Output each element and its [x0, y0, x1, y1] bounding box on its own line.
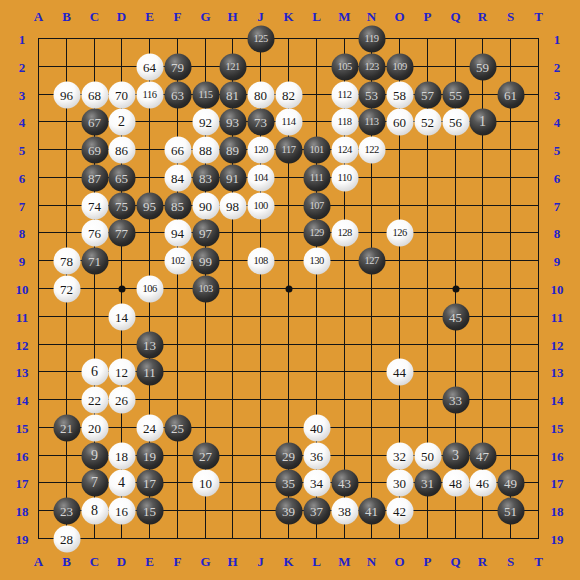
row-label-left-6: 6: [19, 171, 26, 184]
stone-move-number: 110: [338, 172, 352, 183]
stone-black-21-B15: 21: [53, 414, 80, 441]
stone-move-number: 124: [337, 144, 351, 155]
stone-move-number: 125: [253, 33, 267, 44]
star-point-K10: [285, 285, 292, 292]
stone-move-number: 58: [393, 88, 406, 101]
stone-move-number: 26: [115, 393, 128, 406]
stone-move-number: 130: [309, 255, 323, 266]
stone-move-number: 51: [504, 504, 517, 517]
stone-white-102-F9: 102: [164, 247, 191, 274]
stone-white-72-B10: 72: [53, 275, 80, 302]
col-label-top-D: D: [117, 10, 126, 23]
row-label-left-19: 19: [16, 532, 29, 545]
stone-black-25-F15: 25: [164, 414, 191, 441]
stone-white-20-C15: 20: [81, 414, 108, 441]
stone-move-number: 53: [365, 88, 378, 101]
stone-move-number: 106: [142, 283, 156, 294]
col-label-top-M: M: [338, 10, 350, 23]
col-label-top-L: L: [312, 10, 321, 23]
stone-black-49-S17: 49: [497, 469, 524, 496]
row-label-left-16: 16: [16, 449, 29, 462]
stone-black-85-F7: 85: [164, 192, 191, 219]
stone-white-64-E2: 64: [136, 53, 163, 80]
grid-line-h: [38, 427, 539, 428]
stone-move-number: 6: [91, 365, 98, 379]
stone-white-36-L16: 36: [303, 442, 330, 469]
stone-white-6-C13: 6: [81, 358, 108, 385]
stone-move-number: 33: [449, 393, 462, 406]
row-label-left-2: 2: [19, 60, 26, 73]
stone-white-42-O18: 42: [386, 497, 413, 524]
grid-line-v: [538, 38, 539, 539]
stone-black-121-H2: 121: [219, 53, 246, 80]
stone-move-number: 30: [393, 476, 406, 489]
row-label-left-17: 17: [16, 476, 29, 489]
stone-move-number: 46: [476, 476, 489, 489]
stone-black-15-E18: 15: [136, 497, 163, 524]
stone-black-81-H3: 81: [219, 81, 246, 108]
stone-move-number: 52: [421, 115, 434, 128]
stone-move-number: 82: [282, 88, 295, 101]
stone-move-number: 94: [171, 226, 184, 239]
stone-white-88-G5: 88: [192, 136, 219, 163]
stone-white-116-E3: 116: [136, 81, 163, 108]
stone-black-101-L5: 101: [303, 136, 330, 163]
stone-white-52-P4: 52: [414, 108, 441, 135]
stone-move-number: 38: [338, 504, 351, 517]
stone-move-number: 86: [115, 143, 128, 156]
stone-move-number: 100: [253, 200, 267, 211]
stone-move-number: 44: [393, 365, 406, 378]
stone-white-14-D11: 14: [108, 303, 135, 330]
stone-white-94-F8: 94: [164, 219, 191, 246]
stone-move-number: 37: [310, 504, 323, 517]
stone-move-number: 55: [449, 88, 462, 101]
stone-black-69-C5: 69: [81, 136, 108, 163]
col-label-top-G: G: [200, 10, 210, 23]
stone-white-32-O16: 32: [386, 442, 413, 469]
stone-move-number: 19: [143, 449, 156, 462]
stone-move-number: 50: [421, 449, 434, 462]
stone-move-number: 61: [504, 88, 517, 101]
row-label-left-10: 10: [16, 282, 29, 295]
stone-move-number: 112: [338, 89, 352, 100]
col-label-top-S: S: [507, 10, 514, 23]
col-label-bottom-N: N: [367, 555, 376, 568]
stone-white-108-J9: 108: [247, 247, 274, 274]
row-label-left-3: 3: [19, 88, 26, 101]
stone-white-24-E15: 24: [136, 414, 163, 441]
stone-white-98-H7: 98: [219, 192, 246, 219]
stone-move-number: 20: [88, 421, 101, 434]
col-label-top-O: O: [394, 10, 404, 23]
row-label-left-5: 5: [19, 143, 26, 156]
col-label-top-N: N: [367, 10, 376, 23]
row-label-right-5: 5: [554, 143, 561, 156]
stone-white-2-D4: 2: [108, 108, 135, 135]
stone-black-77-D8: 77: [108, 219, 135, 246]
stone-black-129-L8: 129: [303, 219, 330, 246]
col-label-bottom-O: O: [394, 555, 404, 568]
stone-black-67-C4: 67: [81, 108, 108, 135]
stone-white-18-D16: 18: [108, 442, 135, 469]
stone-black-117-K5: 117: [275, 136, 302, 163]
stone-black-23-B18: 23: [53, 497, 80, 524]
row-label-left-7: 7: [19, 199, 26, 212]
stone-black-113-N4: 113: [358, 108, 385, 135]
stone-move-number: 99: [199, 254, 212, 267]
stone-move-number: 41: [365, 504, 378, 517]
stone-black-3-Q16: 3: [442, 442, 469, 469]
go-board[interactable]: AABBCCDDEEFFGGHHJJKKLLMMNNOOPPQQRRSSTT11…: [0, 0, 580, 580]
col-label-top-H: H: [227, 10, 237, 23]
col-label-bottom-Q: Q: [450, 555, 460, 568]
stone-white-44-O13: 44: [386, 358, 413, 385]
stone-move-number: 97: [199, 226, 212, 239]
stone-move-number: 103: [198, 283, 212, 294]
col-label-bottom-J: J: [257, 555, 264, 568]
stone-move-number: 111: [310, 172, 323, 183]
row-label-left-15: 15: [16, 421, 29, 434]
row-label-right-6: 6: [554, 171, 561, 184]
row-label-right-14: 14: [551, 393, 564, 406]
stone-move-number: 93: [226, 115, 239, 128]
stone-move-number: 89: [226, 143, 239, 156]
stone-move-number: 108: [253, 255, 267, 266]
stone-move-number: 39: [282, 504, 295, 517]
stone-move-number: 72: [60, 282, 73, 295]
col-label-bottom-E: E: [145, 555, 154, 568]
stone-black-11-E13: 11: [136, 358, 163, 385]
stone-move-number: 76: [88, 226, 101, 239]
row-label-left-1: 1: [19, 32, 26, 45]
col-label-bottom-H: H: [227, 555, 237, 568]
stone-move-number: 36: [310, 449, 323, 462]
stone-move-number: 84: [171, 171, 184, 184]
row-label-right-9: 9: [554, 254, 561, 267]
stone-white-30-O17: 30: [386, 469, 413, 496]
stone-white-50-P16: 50: [414, 442, 441, 469]
col-label-top-P: P: [424, 10, 432, 23]
row-label-right-16: 16: [551, 449, 564, 462]
stone-move-number: 43: [338, 476, 351, 489]
col-label-bottom-C: C: [90, 555, 99, 568]
col-label-bottom-B: B: [62, 555, 71, 568]
stone-white-112-M3: 112: [331, 81, 358, 108]
stone-black-125-J1: 125: [247, 25, 274, 52]
row-label-left-12: 12: [16, 338, 29, 351]
stone-white-12-D13: 12: [108, 358, 135, 385]
stone-move-number: 40: [310, 421, 323, 434]
row-label-right-17: 17: [551, 476, 564, 489]
stone-white-80-J3: 80: [247, 81, 274, 108]
stone-move-number: 68: [88, 88, 101, 101]
col-label-bottom-M: M: [338, 555, 350, 568]
stone-white-122-N5: 122: [358, 136, 385, 163]
stone-black-99-G9: 99: [192, 247, 219, 274]
stone-move-number: 104: [253, 172, 267, 183]
stone-black-65-D6: 65: [108, 164, 135, 191]
stone-move-number: 10: [199, 476, 212, 489]
stone-black-7-C17: 7: [81, 469, 108, 496]
stone-move-number: 25: [171, 421, 184, 434]
row-label-right-10: 10: [551, 282, 564, 295]
stone-move-number: 63: [171, 88, 184, 101]
stone-move-number: 1: [479, 115, 486, 129]
stone-white-68-C3: 68: [81, 81, 108, 108]
stone-move-number: 45: [449, 310, 462, 323]
stone-white-100-J7: 100: [247, 192, 274, 219]
grid-line-h: [38, 344, 539, 345]
stone-move-number: 102: [170, 255, 184, 266]
stone-black-109-O2: 109: [386, 53, 413, 80]
stone-white-82-K3: 82: [275, 81, 302, 108]
col-label-bottom-R: R: [478, 555, 487, 568]
stone-move-number: 71: [88, 254, 101, 267]
stone-move-number: 16: [115, 504, 128, 517]
stone-move-number: 126: [392, 227, 406, 238]
stone-move-number: 129: [309, 227, 323, 238]
row-label-right-4: 4: [554, 115, 561, 128]
col-label-bottom-K: K: [283, 555, 293, 568]
stone-black-43-M17: 43: [331, 469, 358, 496]
stone-move-number: 107: [309, 200, 323, 211]
stone-move-number: 78: [60, 254, 73, 267]
stone-move-number: 114: [282, 116, 296, 127]
stone-black-111-L6: 111: [303, 164, 330, 191]
stone-black-103-G10: 103: [192, 275, 219, 302]
stone-move-number: 2: [118, 115, 125, 129]
stone-white-10-G17: 10: [192, 469, 219, 496]
stone-move-number: 7: [91, 476, 98, 490]
stone-white-128-M8: 128: [331, 219, 358, 246]
stone-move-number: 56: [449, 115, 462, 128]
col-label-top-A: A: [34, 10, 43, 23]
stone-white-120-J5: 120: [247, 136, 274, 163]
stone-black-33-Q14: 33: [442, 386, 469, 413]
stone-move-number: 81: [226, 88, 239, 101]
stone-black-9-C16: 9: [81, 442, 108, 469]
stone-black-41-N18: 41: [358, 497, 385, 524]
stone-white-8-C18: 8: [81, 497, 108, 524]
stone-move-number: 17: [143, 476, 156, 489]
stone-white-74-C7: 74: [81, 192, 108, 219]
stone-black-107-L7: 107: [303, 192, 330, 219]
stone-move-number: 65: [115, 171, 128, 184]
stone-white-66-F5: 66: [164, 136, 191, 163]
stone-black-19-E16: 19: [136, 442, 163, 469]
stone-move-number: 35: [282, 476, 295, 489]
col-label-top-R: R: [478, 10, 487, 23]
stone-move-number: 23: [60, 504, 73, 517]
stone-move-number: 128: [337, 227, 351, 238]
col-label-top-E: E: [145, 10, 154, 23]
stone-move-number: 60: [393, 115, 406, 128]
stone-move-number: 75: [115, 199, 128, 212]
stone-move-number: 122: [364, 144, 378, 155]
stone-black-91-H6: 91: [219, 164, 246, 191]
stone-white-126-O8: 126: [386, 219, 413, 246]
row-label-left-9: 9: [19, 254, 26, 267]
stone-white-86-D5: 86: [108, 136, 135, 163]
stone-white-16-D18: 16: [108, 497, 135, 524]
stone-move-number: 59: [476, 60, 489, 73]
stone-move-number: 96: [60, 88, 73, 101]
stone-move-number: 4: [118, 476, 125, 490]
col-label-top-J: J: [257, 10, 264, 23]
star-point-D10: [118, 285, 125, 292]
stone-move-number: 47: [476, 449, 489, 462]
stone-move-number: 88: [199, 143, 212, 156]
stone-white-92-G4: 92: [192, 108, 219, 135]
row-label-right-13: 13: [551, 365, 564, 378]
stone-move-number: 85: [171, 199, 184, 212]
stone-move-number: 101: [309, 144, 323, 155]
stone-move-number: 95: [143, 199, 156, 212]
stone-black-79-F2: 79: [164, 53, 191, 80]
row-label-right-2: 2: [554, 60, 561, 73]
row-label-right-12: 12: [551, 338, 564, 351]
stone-white-124-M5: 124: [331, 136, 358, 163]
row-label-left-14: 14: [16, 393, 29, 406]
stone-white-46-R17: 46: [469, 469, 496, 496]
stone-move-number: 28: [60, 532, 73, 545]
stone-black-83-G6: 83: [192, 164, 219, 191]
stone-black-61-S3: 61: [497, 81, 524, 108]
stone-move-number: 77: [115, 226, 128, 239]
stone-black-115-G3: 115: [192, 81, 219, 108]
stone-move-number: 117: [282, 144, 296, 155]
stone-white-4-D17: 4: [108, 469, 135, 496]
stone-black-75-D7: 75: [108, 192, 135, 219]
row-label-right-7: 7: [554, 199, 561, 212]
stone-move-number: 42: [393, 504, 406, 517]
stone-white-114-K4: 114: [275, 108, 302, 135]
stone-move-number: 118: [338, 116, 352, 127]
stone-move-number: 127: [364, 255, 378, 266]
stone-black-63-F3: 63: [164, 81, 191, 108]
stone-black-53-N3: 53: [358, 81, 385, 108]
stone-move-number: 24: [143, 421, 156, 434]
stone-white-70-D3: 70: [108, 81, 135, 108]
stone-move-number: 123: [364, 61, 378, 72]
stone-black-1-R4: 1: [469, 108, 496, 135]
stone-white-40-L15: 40: [303, 414, 330, 441]
stone-black-39-K18: 39: [275, 497, 302, 524]
stone-move-number: 11: [143, 365, 156, 378]
stone-move-number: 109: [392, 61, 406, 72]
star-point-Q10: [452, 285, 459, 292]
stone-white-38-M18: 38: [331, 497, 358, 524]
stone-move-number: 29: [282, 449, 295, 462]
stone-move-number: 83: [199, 171, 212, 184]
stone-move-number: 31: [421, 476, 434, 489]
stone-move-number: 57: [421, 88, 434, 101]
stone-white-118-M4: 118: [331, 108, 358, 135]
col-label-bottom-A: A: [34, 555, 43, 568]
stone-move-number: 115: [199, 89, 213, 100]
stone-move-number: 13: [143, 338, 156, 351]
col-label-top-F: F: [174, 10, 182, 23]
stone-move-number: 34: [310, 476, 323, 489]
stone-white-60-O4: 60: [386, 108, 413, 135]
stone-move-number: 105: [337, 61, 351, 72]
stone-move-number: 3: [452, 449, 459, 463]
stone-white-84-F6: 84: [164, 164, 191, 191]
stone-black-89-H5: 89: [219, 136, 246, 163]
stone-white-96-B3: 96: [53, 81, 80, 108]
stone-white-78-B9: 78: [53, 247, 80, 274]
stone-move-number: 91: [226, 171, 239, 184]
stone-black-27-G16: 27: [192, 442, 219, 469]
stone-white-26-D14: 26: [108, 386, 135, 413]
col-label-bottom-L: L: [312, 555, 321, 568]
stone-white-28-B19: 28: [53, 525, 80, 552]
stone-move-number: 121: [225, 61, 239, 72]
stone-black-93-H4: 93: [219, 108, 246, 135]
col-label-top-B: B: [62, 10, 71, 23]
stone-white-90-G7: 90: [192, 192, 219, 219]
col-label-bottom-T: T: [534, 555, 543, 568]
col-label-top-Q: Q: [450, 10, 460, 23]
stone-black-55-Q3: 55: [442, 81, 469, 108]
stone-move-number: 48: [449, 476, 462, 489]
stone-move-number: 14: [115, 310, 128, 323]
stone-move-number: 92: [199, 115, 212, 128]
col-label-bottom-F: F: [174, 555, 182, 568]
col-label-bottom-S: S: [507, 555, 514, 568]
row-label-left-11: 11: [16, 310, 28, 323]
stone-move-number: 22: [88, 393, 101, 406]
stone-black-45-Q11: 45: [442, 303, 469, 330]
stone-white-56-Q4: 56: [442, 108, 469, 135]
row-label-left-18: 18: [16, 504, 29, 517]
stone-move-number: 119: [365, 33, 379, 44]
stone-black-97-G8: 97: [192, 219, 219, 246]
stone-white-58-O3: 58: [386, 81, 413, 108]
stone-black-73-J4: 73: [247, 108, 274, 135]
stone-move-number: 18: [115, 449, 128, 462]
stone-move-number: 98: [226, 199, 239, 212]
stone-black-51-S18: 51: [497, 497, 524, 524]
stone-black-35-K17: 35: [275, 469, 302, 496]
col-label-bottom-P: P: [424, 555, 432, 568]
row-label-right-1: 1: [554, 32, 561, 45]
stone-white-34-L17: 34: [303, 469, 330, 496]
row-label-right-18: 18: [551, 504, 564, 517]
col-label-bottom-G: G: [200, 555, 210, 568]
stone-move-number: 49: [504, 476, 517, 489]
stone-white-110-M6: 110: [331, 164, 358, 191]
col-label-bottom-D: D: [117, 555, 126, 568]
grid-line-v: [510, 38, 511, 539]
row-label-left-8: 8: [19, 226, 26, 239]
row-label-right-3: 3: [554, 88, 561, 101]
stone-black-123-N2: 123: [358, 53, 385, 80]
stone-move-number: 120: [253, 144, 267, 155]
stone-black-57-P3: 57: [414, 81, 441, 108]
stone-black-37-L18: 37: [303, 497, 330, 524]
stone-move-number: 27: [199, 449, 212, 462]
stone-move-number: 66: [171, 143, 184, 156]
stone-move-number: 32: [393, 449, 406, 462]
col-label-top-T: T: [534, 10, 543, 23]
stone-move-number: 74: [88, 199, 101, 212]
stone-move-number: 113: [365, 116, 379, 127]
stone-black-13-E12: 13: [136, 331, 163, 358]
row-label-right-11: 11: [551, 310, 563, 323]
grid-line-h: [38, 538, 539, 539]
